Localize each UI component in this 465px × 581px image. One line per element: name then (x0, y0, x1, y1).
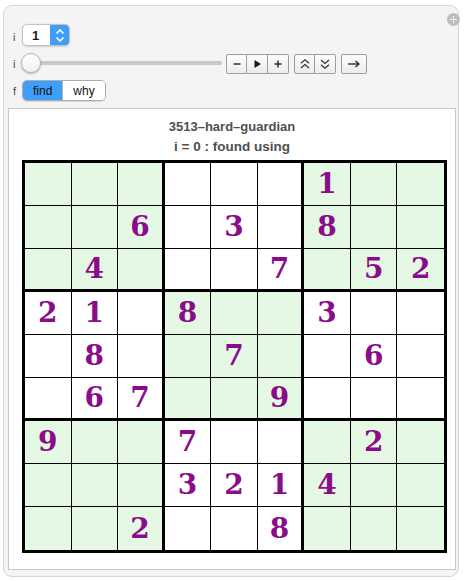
cell-r6c8 (351, 378, 398, 421)
cell-r3c9: 2 (397, 249, 444, 292)
stepper-chevrons[interactable] (50, 25, 69, 45)
given-digit: 3 (317, 299, 336, 327)
cell-r2c7: 8 (304, 206, 351, 249)
cell-r4c2: 1 (72, 292, 119, 335)
f-toggle: find why (22, 80, 106, 101)
given-digit: 6 (130, 213, 149, 241)
cell-r5c8: 6 (351, 335, 398, 378)
stepper-label: i (13, 31, 15, 43)
cell-r2c1 (25, 206, 72, 249)
cell-r2c4 (165, 206, 212, 249)
given-digit: 8 (270, 515, 289, 543)
given-digit: 6 (85, 384, 104, 412)
cell-r5c2: 8 (72, 335, 119, 378)
cell-r5c5: 7 (211, 335, 258, 378)
cell-r7c7 (304, 421, 351, 464)
double-chevron-up-icon (298, 57, 312, 71)
cell-r3c7 (304, 249, 351, 292)
cell-r1c7: 1 (304, 163, 351, 206)
cell-r1c1 (25, 163, 72, 206)
cell-r3c4 (165, 249, 212, 292)
advance-button[interactable] (341, 54, 367, 74)
i-slider-track[interactable] (22, 61, 222, 65)
cell-r1c2 (72, 163, 119, 206)
given-digit: 1 (317, 170, 336, 198)
cell-r2c5: 3 (211, 206, 258, 249)
puzzle-title: 3513–hard–guardian (8, 119, 456, 134)
double-chevron-down-icon (318, 57, 332, 71)
given-digit: 5 (364, 255, 383, 283)
given-digit: 9 (270, 384, 289, 412)
cell-r4c1: 2 (25, 292, 72, 335)
cell-r7c2 (72, 421, 119, 464)
cell-r7c3 (118, 421, 165, 464)
cell-r6c3: 7 (118, 378, 165, 421)
cell-r3c6: 7 (258, 249, 305, 292)
cell-r9c9 (397, 507, 444, 550)
chevron-up-icon (55, 29, 65, 35)
given-digit: 1 (85, 299, 104, 327)
cell-r6c4 (165, 378, 212, 421)
i-stepper[interactable]: 1 (22, 24, 70, 46)
given-digit: 8 (178, 299, 197, 327)
given-digit: 8 (85, 342, 104, 370)
minus-icon (230, 57, 244, 71)
slower-button[interactable] (226, 54, 247, 74)
cell-r1c3 (118, 163, 165, 206)
cell-r9c8 (351, 507, 398, 550)
cell-r8c5: 2 (211, 464, 258, 507)
play-button[interactable] (247, 54, 268, 74)
cell-r3c2: 4 (72, 249, 119, 292)
given-digit: 7 (178, 428, 197, 456)
toggle-option-find[interactable]: find (23, 81, 62, 100)
toggle-label: f (13, 85, 16, 97)
cell-r7c4: 7 (165, 421, 212, 464)
given-digit: 2 (224, 471, 243, 499)
cell-r2c8 (351, 206, 398, 249)
cell-r4c9 (397, 292, 444, 335)
i-slider-thumb[interactable] (21, 53, 41, 73)
cell-r3c3 (118, 249, 165, 292)
cell-r3c1 (25, 249, 72, 292)
cell-r4c6 (258, 292, 305, 335)
cell-r7c6 (258, 421, 305, 464)
cell-r2c9 (397, 206, 444, 249)
cell-r6c1 (25, 378, 72, 421)
chevron-down-icon (55, 36, 65, 42)
given-digit: 1 (270, 471, 289, 499)
cell-r5c3 (118, 335, 165, 378)
cell-r8c1 (25, 464, 72, 507)
cell-r9c3: 2 (118, 507, 165, 550)
given-digit: 7 (130, 384, 149, 412)
given-digit: 7 (270, 255, 289, 283)
cell-r6c7 (304, 378, 351, 421)
cell-r9c1 (25, 507, 72, 550)
cell-r1c6 (258, 163, 305, 206)
cell-r2c6 (258, 206, 305, 249)
cell-r8c7: 4 (304, 464, 351, 507)
cell-r8c3 (118, 464, 165, 507)
cell-r4c3 (118, 292, 165, 335)
right-arrow-icon (345, 57, 363, 71)
stepper-value: 1 (23, 25, 50, 45)
given-digit: 6 (364, 342, 383, 370)
given-digit: 4 (317, 471, 336, 499)
cell-r9c7 (304, 507, 351, 550)
given-digit: 3 (178, 471, 197, 499)
page-down-button[interactable] (315, 54, 336, 74)
toggle-option-why[interactable]: why (62, 81, 104, 100)
cell-r9c5 (211, 507, 258, 550)
cell-r4c7: 3 (304, 292, 351, 335)
cell-r7c1: 9 (25, 421, 72, 464)
cell-r4c8 (351, 292, 398, 335)
page-up-button[interactable] (294, 54, 315, 74)
cell-r3c8: 5 (351, 249, 398, 292)
cell-r6c9 (397, 378, 444, 421)
given-digit: 2 (364, 428, 383, 456)
cell-r6c2: 6 (72, 378, 119, 421)
manipulate-menu-icon[interactable] (447, 13, 460, 26)
given-digit: 2 (130, 515, 149, 543)
cell-r9c6: 8 (258, 507, 305, 550)
given-digit: 3 (224, 213, 243, 241)
cell-r3c5 (211, 249, 258, 292)
cell-r9c2 (72, 507, 119, 550)
cell-r8c6: 1 (258, 464, 305, 507)
sudoku-grid: 163847522183876679972321428 (22, 160, 447, 553)
given-digit: 4 (85, 255, 104, 283)
given-digit: 7 (224, 342, 243, 370)
cell-r5c6 (258, 335, 305, 378)
cell-r6c5 (211, 378, 258, 421)
cell-r7c9 (397, 421, 444, 464)
cell-r1c5 (211, 163, 258, 206)
cell-r1c8 (351, 163, 398, 206)
cell-r1c9 (397, 163, 444, 206)
cell-r5c7 (304, 335, 351, 378)
cell-r7c8: 2 (351, 421, 398, 464)
slider-label: i (13, 58, 15, 70)
faster-button[interactable] (268, 54, 289, 74)
given-digit: 9 (38, 428, 57, 456)
cell-r8c9 (397, 464, 444, 507)
cell-r8c8 (351, 464, 398, 507)
cell-r5c4 (165, 335, 212, 378)
cell-r2c2 (72, 206, 119, 249)
cell-r9c4 (165, 507, 212, 550)
cell-r8c2 (72, 464, 119, 507)
play-icon (250, 57, 264, 71)
given-digit: 2 (38, 299, 57, 327)
iteration-status: i = 0 : found using (8, 139, 456, 154)
cell-r8c4: 3 (165, 464, 212, 507)
cell-r2c3: 6 (118, 206, 165, 249)
cell-r5c1 (25, 335, 72, 378)
plus-icon (271, 57, 285, 71)
cell-r6c6: 9 (258, 378, 305, 421)
cell-r7c5 (211, 421, 258, 464)
cell-r4c4: 8 (165, 292, 212, 335)
cell-r1c4 (165, 163, 212, 206)
given-digit: 2 (411, 255, 430, 283)
cell-r4c5 (211, 292, 258, 335)
cell-r5c9 (397, 335, 444, 378)
given-digit: 8 (317, 213, 336, 241)
